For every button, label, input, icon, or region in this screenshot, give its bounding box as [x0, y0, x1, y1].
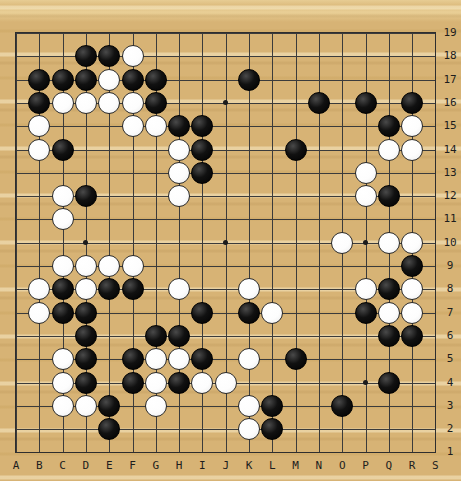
column-label: M: [287, 459, 305, 473]
black-stone[interactable]: [378, 325, 400, 347]
black-stone[interactable]: [145, 325, 167, 347]
column-label: N: [310, 459, 328, 473]
column-label: C: [54, 459, 72, 473]
row-label: 6: [439, 329, 461, 343]
black-stone[interactable]: [52, 69, 74, 91]
white-stone[interactable]: [122, 255, 144, 277]
black-stone[interactable]: [401, 325, 423, 347]
black-stone[interactable]: [191, 302, 213, 324]
black-stone[interactable]: [98, 395, 120, 417]
go-board-screen: ABCDEFGHIJKLMNOPQRS191817161514131211109…: [0, 0, 461, 481]
white-stone[interactable]: [378, 139, 400, 161]
row-label: 12: [439, 189, 461, 203]
black-stone[interactable]: [145, 92, 167, 114]
black-stone[interactable]: [285, 348, 307, 370]
column-label: R: [403, 459, 421, 473]
white-stone[interactable]: [168, 139, 190, 161]
white-stone[interactable]: [238, 418, 260, 440]
white-stone[interactable]: [28, 139, 50, 161]
column-label: S: [426, 459, 444, 473]
column-label: E: [100, 459, 118, 473]
column-label: D: [77, 459, 95, 473]
black-stone[interactable]: [261, 395, 283, 417]
white-stone[interactable]: [52, 92, 74, 114]
black-stone[interactable]: [75, 325, 97, 347]
white-stone[interactable]: [98, 69, 120, 91]
black-stone[interactable]: [401, 92, 423, 114]
black-stone[interactable]: [122, 69, 144, 91]
white-stone[interactable]: [261, 302, 283, 324]
row-label: 13: [439, 166, 461, 180]
row-label: 19: [439, 26, 461, 40]
column-label: P: [357, 459, 375, 473]
black-stone[interactable]: [75, 185, 97, 207]
white-stone[interactable]: [122, 115, 144, 137]
white-stone[interactable]: [52, 395, 74, 417]
white-stone[interactable]: [28, 302, 50, 324]
white-stone[interactable]: [52, 255, 74, 277]
white-stone[interactable]: [331, 232, 353, 254]
column-label: K: [240, 459, 258, 473]
white-stone[interactable]: [191, 372, 213, 394]
column-label: B: [30, 459, 48, 473]
row-label: 7: [439, 306, 461, 320]
black-stone[interactable]: [238, 302, 260, 324]
black-stone[interactable]: [122, 278, 144, 300]
white-stone[interactable]: [122, 92, 144, 114]
black-stone[interactable]: [401, 255, 423, 277]
black-stone[interactable]: [308, 92, 330, 114]
white-stone[interactable]: [378, 302, 400, 324]
row-label: 15: [439, 119, 461, 133]
white-stone[interactable]: [52, 348, 74, 370]
white-stone[interactable]: [75, 92, 97, 114]
black-stone[interactable]: [378, 278, 400, 300]
white-stone[interactable]: [98, 92, 120, 114]
column-label: H: [170, 459, 188, 473]
black-stone[interactable]: [52, 139, 74, 161]
white-stone[interactable]: [168, 162, 190, 184]
black-stone[interactable]: [145, 69, 167, 91]
black-stone[interactable]: [191, 139, 213, 161]
white-stone[interactable]: [145, 372, 167, 394]
black-stone[interactable]: [122, 372, 144, 394]
white-stone[interactable]: [75, 395, 97, 417]
white-stone[interactable]: [355, 185, 377, 207]
row-label: 2: [439, 422, 461, 436]
white-stone[interactable]: [355, 162, 377, 184]
column-label: J: [217, 459, 235, 473]
black-stone[interactable]: [168, 372, 190, 394]
black-stone[interactable]: [331, 395, 353, 417]
star-point: [363, 380, 368, 385]
column-label: F: [124, 459, 142, 473]
white-stone[interactable]: [75, 255, 97, 277]
column-label: G: [147, 459, 165, 473]
white-stone[interactable]: [122, 45, 144, 67]
black-stone[interactable]: [75, 69, 97, 91]
white-stone[interactable]: [52, 185, 74, 207]
row-label: 5: [439, 352, 461, 366]
black-stone[interactable]: [168, 325, 190, 347]
row-label: 16: [439, 96, 461, 110]
black-stone[interactable]: [122, 348, 144, 370]
black-stone[interactable]: [75, 302, 97, 324]
row-label: 3: [439, 399, 461, 413]
white-stone[interactable]: [401, 232, 423, 254]
white-stone[interactable]: [401, 302, 423, 324]
white-stone[interactable]: [52, 372, 74, 394]
black-stone[interactable]: [378, 185, 400, 207]
white-stone[interactable]: [378, 232, 400, 254]
column-label: Q: [380, 459, 398, 473]
row-label: 11: [439, 212, 461, 226]
row-label: 9: [439, 259, 461, 273]
row-label: 17: [439, 73, 461, 87]
white-stone[interactable]: [52, 208, 74, 230]
black-stone[interactable]: [355, 302, 377, 324]
row-label: 8: [439, 282, 461, 296]
row-label: 1: [439, 445, 461, 459]
black-stone[interactable]: [238, 69, 260, 91]
black-stone[interactable]: [285, 139, 307, 161]
black-stone[interactable]: [75, 372, 97, 394]
white-stone[interactable]: [238, 395, 260, 417]
column-label: L: [263, 459, 281, 473]
black-stone[interactable]: [52, 302, 74, 324]
column-label: A: [7, 459, 25, 473]
white-stone[interactable]: [145, 348, 167, 370]
white-stone[interactable]: [145, 115, 167, 137]
black-stone[interactable]: [378, 115, 400, 137]
black-stone[interactable]: [355, 92, 377, 114]
white-stone[interactable]: [355, 278, 377, 300]
white-stone[interactable]: [215, 372, 237, 394]
column-label: I: [193, 459, 211, 473]
row-label: 14: [439, 143, 461, 157]
black-stone[interactable]: [52, 278, 74, 300]
black-stone[interactable]: [28, 69, 50, 91]
black-stone[interactable]: [378, 372, 400, 394]
column-label: O: [333, 459, 351, 473]
row-label: 10: [439, 236, 461, 250]
row-label: 18: [439, 49, 461, 63]
black-stone[interactable]: [75, 348, 97, 370]
white-stone[interactable]: [401, 139, 423, 161]
white-stone[interactable]: [145, 395, 167, 417]
row-label: 4: [439, 376, 461, 390]
